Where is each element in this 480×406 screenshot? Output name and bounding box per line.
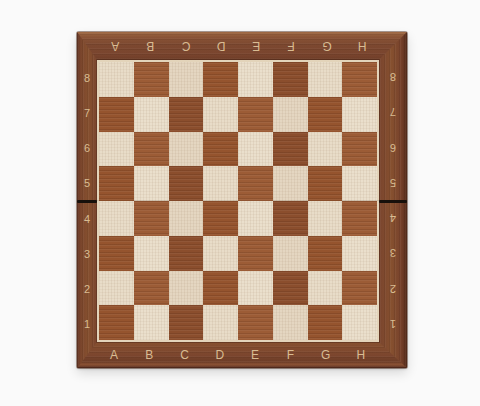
- square-a5: [99, 166, 134, 201]
- square-b1: [134, 305, 169, 340]
- square-e1: [238, 305, 273, 340]
- file-label-top-d: D: [203, 32, 238, 60]
- square-e7: [238, 97, 273, 132]
- square-c4: [169, 201, 204, 236]
- square-d3: [203, 236, 238, 271]
- rank-label-left-5: 5: [77, 166, 97, 201]
- rank-label-right-4: 4: [379, 201, 407, 236]
- square-a7: [99, 97, 134, 132]
- file-label-top-b: B: [132, 32, 167, 60]
- square-g4: [308, 201, 343, 236]
- square-f8: [273, 62, 308, 97]
- square-h4: [342, 201, 377, 236]
- square-h1: [342, 305, 377, 340]
- square-d5: [203, 166, 238, 201]
- fold-seam: [97, 200, 379, 201]
- rank-label-left-2: 2: [77, 272, 97, 307]
- square-h7: [342, 97, 377, 132]
- file-label-bottom-c: C: [168, 342, 203, 368]
- square-f3: [273, 236, 308, 271]
- square-e4: [238, 201, 273, 236]
- square-c5: [169, 166, 204, 201]
- file-label-top-h: H: [344, 32, 379, 60]
- rank-label-right-1: 1: [379, 307, 407, 342]
- square-h3: [342, 236, 377, 271]
- square-f7: [273, 97, 308, 132]
- square-g1: [308, 305, 343, 340]
- rank-label-left-4: 4: [77, 201, 97, 236]
- rank-label-left-1: 1: [77, 307, 97, 342]
- file-label-bottom-a: A: [97, 342, 132, 368]
- square-b8: [134, 62, 169, 97]
- square-g7: [308, 97, 343, 132]
- file-label-top-g: G: [309, 32, 344, 60]
- square-b7: [134, 97, 169, 132]
- square-d4: [203, 201, 238, 236]
- file-label-top-e: E: [238, 32, 273, 60]
- square-f6: [273, 132, 308, 167]
- square-d2: [203, 271, 238, 306]
- square-b5: [134, 166, 169, 201]
- square-h5: [342, 166, 377, 201]
- rank-label-left-3: 3: [77, 236, 97, 271]
- square-a4: [99, 201, 134, 236]
- square-a3: [99, 236, 134, 271]
- rank-label-right-8: 8: [379, 60, 407, 95]
- square-g8: [308, 62, 343, 97]
- square-a1: [99, 305, 134, 340]
- file-label-bottom-g: G: [309, 342, 344, 368]
- product-photo: ABCDEFGH ABCDEFGH 87654321 87654321: [0, 0, 480, 406]
- square-d8: [203, 62, 238, 97]
- square-g6: [308, 132, 343, 167]
- square-e2: [238, 271, 273, 306]
- file-label-bottom-d: D: [203, 342, 238, 368]
- fold-hinge-mark-right: [379, 200, 407, 203]
- square-b2: [134, 271, 169, 306]
- file-label-top-a: A: [97, 32, 132, 60]
- square-e8: [238, 62, 273, 97]
- file-label-bottom-e: E: [238, 342, 273, 368]
- square-h6: [342, 132, 377, 167]
- square-d7: [203, 97, 238, 132]
- square-g5: [308, 166, 343, 201]
- square-h8: [342, 62, 377, 97]
- square-d1: [203, 305, 238, 340]
- file-labels-bottom: ABCDEFGH: [97, 342, 379, 368]
- file-label-top-c: C: [168, 32, 203, 60]
- square-f5: [273, 166, 308, 201]
- square-f4: [273, 201, 308, 236]
- square-g3: [308, 236, 343, 271]
- playing-field: [97, 60, 379, 342]
- file-label-bottom-h: H: [344, 342, 379, 368]
- square-b4: [134, 201, 169, 236]
- square-b6: [134, 132, 169, 167]
- square-g2: [308, 271, 343, 306]
- square-e3: [238, 236, 273, 271]
- rank-label-left-7: 7: [77, 95, 97, 130]
- rank-label-right-7: 7: [379, 95, 407, 130]
- file-label-top-f: F: [273, 32, 308, 60]
- rank-label-right-2: 2: [379, 272, 407, 307]
- file-labels-top: ABCDEFGH: [97, 32, 379, 60]
- square-a8: [99, 62, 134, 97]
- chess-board: ABCDEFGH ABCDEFGH 87654321 87654321: [77, 32, 407, 368]
- rank-label-right-3: 3: [379, 236, 407, 271]
- square-c1: [169, 305, 204, 340]
- square-c2: [169, 271, 204, 306]
- square-c3: [169, 236, 204, 271]
- square-c6: [169, 132, 204, 167]
- square-f1: [273, 305, 308, 340]
- square-c7: [169, 97, 204, 132]
- square-e5: [238, 166, 273, 201]
- fold-hinge-mark-left: [77, 200, 97, 203]
- squares-grid: [99, 62, 377, 340]
- square-b3: [134, 236, 169, 271]
- square-a2: [99, 271, 134, 306]
- rank-label-left-8: 8: [77, 60, 97, 95]
- square-h2: [342, 271, 377, 306]
- file-label-bottom-b: B: [132, 342, 167, 368]
- square-a6: [99, 132, 134, 167]
- square-d6: [203, 132, 238, 167]
- square-e6: [238, 132, 273, 167]
- square-c8: [169, 62, 204, 97]
- file-label-bottom-f: F: [273, 342, 308, 368]
- square-f2: [273, 271, 308, 306]
- rank-label-left-6: 6: [77, 131, 97, 166]
- rank-label-right-6: 6: [379, 131, 407, 166]
- rank-label-right-5: 5: [379, 166, 407, 201]
